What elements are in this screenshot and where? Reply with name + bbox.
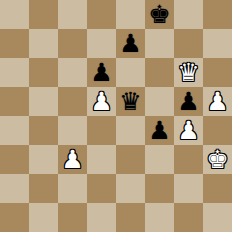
square-a8[interactable]	[0, 0, 29, 29]
square-f5[interactable]	[145, 87, 174, 116]
square-b6[interactable]	[29, 58, 58, 87]
square-h5[interactable]: ♟	[203, 87, 232, 116]
square-f7[interactable]	[145, 29, 174, 58]
square-b4[interactable]	[29, 116, 58, 145]
white-pawn-piece[interactable]: ♟	[61, 145, 83, 174]
square-h8[interactable]	[203, 0, 232, 29]
square-g8[interactable]	[174, 0, 203, 29]
square-h1[interactable]	[203, 203, 232, 232]
square-f3[interactable]	[145, 145, 174, 174]
square-e6[interactable]	[116, 58, 145, 87]
square-g1[interactable]	[174, 203, 203, 232]
square-f8[interactable]: ♚	[145, 0, 174, 29]
square-b2[interactable]	[29, 174, 58, 203]
square-c5[interactable]	[58, 87, 87, 116]
square-g4[interactable]: ♟	[174, 116, 203, 145]
square-c8[interactable]	[58, 0, 87, 29]
square-e4[interactable]	[116, 116, 145, 145]
square-d1[interactable]	[87, 203, 116, 232]
white-queen-piece[interactable]: ♛	[177, 58, 199, 87]
square-b1[interactable]	[29, 203, 58, 232]
square-g3[interactable]	[174, 145, 203, 174]
square-e1[interactable]	[116, 203, 145, 232]
square-f2[interactable]	[145, 174, 174, 203]
chess-board: ♚♟♟♛♟♛♟♟♟♟♟♚	[0, 0, 232, 232]
square-b8[interactable]	[29, 0, 58, 29]
black-pawn-piece[interactable]: ♟	[177, 87, 199, 116]
square-h7[interactable]	[203, 29, 232, 58]
square-c4[interactable]	[58, 116, 87, 145]
square-c7[interactable]	[58, 29, 87, 58]
black-pawn-piece[interactable]: ♟	[148, 116, 170, 145]
black-king-piece[interactable]: ♚	[148, 0, 170, 29]
square-c1[interactable]	[58, 203, 87, 232]
square-c6[interactable]	[58, 58, 87, 87]
square-d6[interactable]: ♟	[87, 58, 116, 87]
square-c2[interactable]	[58, 174, 87, 203]
square-h4[interactable]	[203, 116, 232, 145]
square-a6[interactable]	[0, 58, 29, 87]
square-g5[interactable]: ♟	[174, 87, 203, 116]
white-pawn-piece[interactable]: ♟	[177, 116, 199, 145]
square-e5[interactable]: ♛	[116, 87, 145, 116]
black-pawn-piece[interactable]: ♟	[90, 58, 112, 87]
square-g6[interactable]: ♛	[174, 58, 203, 87]
square-a3[interactable]	[0, 145, 29, 174]
square-e8[interactable]	[116, 0, 145, 29]
square-e3[interactable]	[116, 145, 145, 174]
square-f4[interactable]: ♟	[145, 116, 174, 145]
square-a4[interactable]	[0, 116, 29, 145]
square-c3[interactable]: ♟	[58, 145, 87, 174]
square-h3[interactable]: ♚	[203, 145, 232, 174]
square-e7[interactable]: ♟	[116, 29, 145, 58]
white-pawn-piece[interactable]: ♟	[206, 87, 228, 116]
square-g7[interactable]	[174, 29, 203, 58]
black-queen-piece[interactable]: ♛	[119, 87, 141, 116]
square-e2[interactable]	[116, 174, 145, 203]
white-pawn-piece[interactable]: ♟	[90, 87, 112, 116]
square-h6[interactable]	[203, 58, 232, 87]
square-d3[interactable]	[87, 145, 116, 174]
square-h2[interactable]	[203, 174, 232, 203]
square-d7[interactable]	[87, 29, 116, 58]
square-a2[interactable]	[0, 174, 29, 203]
square-a1[interactable]	[0, 203, 29, 232]
square-d5[interactable]: ♟	[87, 87, 116, 116]
square-a7[interactable]	[0, 29, 29, 58]
square-a5[interactable]	[0, 87, 29, 116]
square-b5[interactable]	[29, 87, 58, 116]
square-g2[interactable]	[174, 174, 203, 203]
square-f1[interactable]	[145, 203, 174, 232]
square-d4[interactable]	[87, 116, 116, 145]
square-f6[interactable]	[145, 58, 174, 87]
square-d2[interactable]	[87, 174, 116, 203]
black-pawn-piece[interactable]: ♟	[119, 29, 141, 58]
square-b7[interactable]	[29, 29, 58, 58]
white-king-piece[interactable]: ♚	[206, 145, 228, 174]
square-b3[interactable]	[29, 145, 58, 174]
square-d8[interactable]	[87, 0, 116, 29]
